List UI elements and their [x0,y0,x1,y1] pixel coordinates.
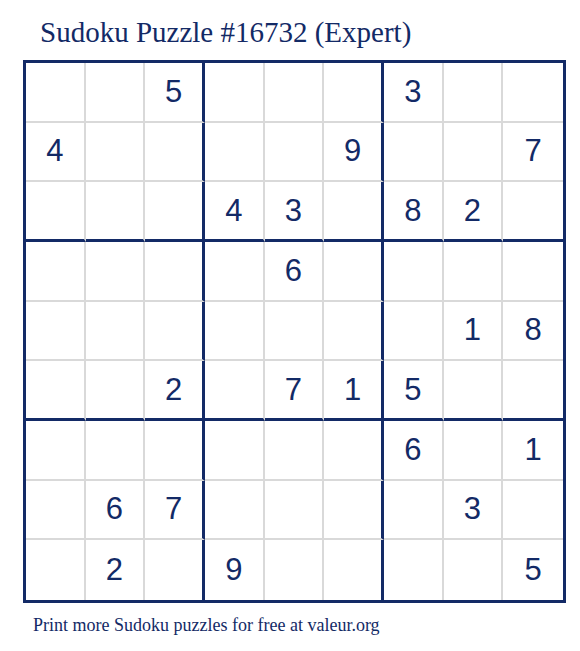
cell-r1c8[interactable] [444,63,504,123]
cell-r3c3[interactable] [145,182,205,242]
cell-r5c6[interactable] [324,302,384,362]
cell-r1c1[interactable] [26,63,86,123]
cell-r5c3[interactable] [145,302,205,362]
cell-r9c4[interactable]: 9 [205,540,265,600]
cell-r8c1[interactable] [26,481,86,541]
cell-r7c2[interactable] [86,421,146,481]
cell-r5c4[interactable] [205,302,265,362]
cell-r4c1[interactable] [26,242,86,302]
cell-r2c9[interactable]: 7 [503,123,563,183]
cell-r5c7[interactable] [384,302,444,362]
cell-r6c4[interactable] [205,361,265,421]
cell-r4c2[interactable] [86,242,146,302]
cell-r8c3[interactable]: 7 [145,481,205,541]
cell-r7c4[interactable] [205,421,265,481]
cell-r2c7[interactable] [384,123,444,183]
cell-r8c6[interactable] [324,481,384,541]
cell-r3c8[interactable]: 2 [444,182,504,242]
cell-r2c5[interactable] [265,123,325,183]
cell-r9c7[interactable] [384,540,444,600]
cell-r9c2[interactable]: 2 [86,540,146,600]
cell-r9c9[interactable]: 5 [503,540,563,600]
cell-r6c9[interactable] [503,361,563,421]
cell-r7c6[interactable] [324,421,384,481]
cell-r3c7[interactable]: 8 [384,182,444,242]
cell-r8c5[interactable] [265,481,325,541]
cell-r4c6[interactable] [324,242,384,302]
cell-r6c3[interactable]: 2 [145,361,205,421]
cell-r7c8[interactable] [444,421,504,481]
cell-r4c7[interactable] [384,242,444,302]
cell-r3c6[interactable] [324,182,384,242]
cell-r5c5[interactable] [265,302,325,362]
sudoku-board: 534974382618271561673295 [23,60,566,603]
cell-r6c5[interactable]: 7 [265,361,325,421]
cell-r8c7[interactable] [384,481,444,541]
cell-r8c9[interactable] [503,481,563,541]
cell-r5c9[interactable]: 8 [503,302,563,362]
cell-r1c6[interactable] [324,63,384,123]
cell-r2c1[interactable]: 4 [26,123,86,183]
cell-r4c5[interactable]: 6 [265,242,325,302]
cell-r9c5[interactable] [265,540,325,600]
cell-r7c1[interactable] [26,421,86,481]
cell-r6c2[interactable] [86,361,146,421]
footer-text: Print more Sudoku puzzles for free at va… [33,615,380,636]
cell-r2c4[interactable] [205,123,265,183]
cell-r7c5[interactable] [265,421,325,481]
cell-r3c2[interactable] [86,182,146,242]
cell-r7c7[interactable]: 6 [384,421,444,481]
cell-r4c4[interactable] [205,242,265,302]
cell-r4c8[interactable] [444,242,504,302]
cell-r6c6[interactable]: 1 [324,361,384,421]
cell-r9c6[interactable] [324,540,384,600]
cell-r3c4[interactable]: 4 [205,182,265,242]
cell-r5c2[interactable] [86,302,146,362]
cell-r1c4[interactable] [205,63,265,123]
cell-r4c9[interactable] [503,242,563,302]
cell-r8c2[interactable]: 6 [86,481,146,541]
cell-r7c9[interactable]: 1 [503,421,563,481]
cell-r1c3[interactable]: 5 [145,63,205,123]
cell-r1c7[interactable]: 3 [384,63,444,123]
cell-r8c4[interactable] [205,481,265,541]
cell-r9c3[interactable] [145,540,205,600]
page-title: Sudoku Puzzle #16732 (Expert) [40,16,411,49]
cell-r5c1[interactable] [26,302,86,362]
cell-r6c1[interactable] [26,361,86,421]
cell-r2c8[interactable] [444,123,504,183]
cell-r1c5[interactable] [265,63,325,123]
cell-r3c5[interactable]: 3 [265,182,325,242]
cell-r2c6[interactable]: 9 [324,123,384,183]
cell-r9c8[interactable] [444,540,504,600]
cell-r3c9[interactable] [503,182,563,242]
cell-r6c7[interactable]: 5 [384,361,444,421]
cell-r4c3[interactable] [145,242,205,302]
cell-r6c8[interactable] [444,361,504,421]
cell-r3c1[interactable] [26,182,86,242]
cell-r9c1[interactable] [26,540,86,600]
cell-r2c2[interactable] [86,123,146,183]
cell-r1c9[interactable] [503,63,563,123]
cell-r8c8[interactable]: 3 [444,481,504,541]
cell-r5c8[interactable]: 1 [444,302,504,362]
cell-r7c3[interactable] [145,421,205,481]
cell-r1c2[interactable] [86,63,146,123]
cell-r2c3[interactable] [145,123,205,183]
